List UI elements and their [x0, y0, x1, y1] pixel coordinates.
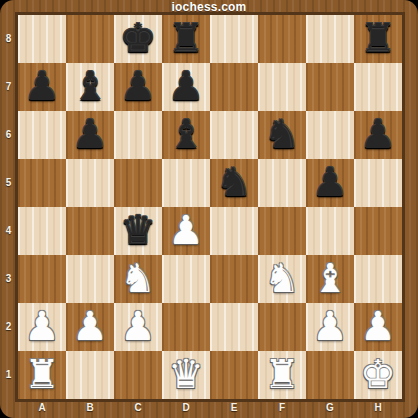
square-b7[interactable]: ♝	[66, 63, 114, 111]
square-e8[interactable]	[210, 15, 258, 63]
square-f6[interactable]: ♞	[258, 111, 306, 159]
black-bishop-b7[interactable]: ♝	[66, 63, 114, 111]
square-b6[interactable]: ♟	[66, 111, 114, 159]
square-e4[interactable]	[210, 207, 258, 255]
square-g7[interactable]	[306, 63, 354, 111]
square-c5[interactable]	[114, 159, 162, 207]
square-c7[interactable]: ♟	[114, 63, 162, 111]
square-e5[interactable]: ♞	[210, 159, 258, 207]
square-f2[interactable]	[258, 303, 306, 351]
rank-label-2: 2	[0, 303, 17, 351]
square-a2[interactable]: ♟	[18, 303, 66, 351]
white-pawn-h2[interactable]: ♟	[354, 303, 402, 351]
white-bishop-g3[interactable]: ♝	[306, 255, 354, 303]
square-h3[interactable]	[354, 255, 402, 303]
black-rook-h8[interactable]: ♜	[354, 15, 402, 63]
square-d3[interactable]	[162, 255, 210, 303]
square-g1[interactable]	[306, 351, 354, 399]
square-d5[interactable]	[162, 159, 210, 207]
square-a8[interactable]	[18, 15, 66, 63]
square-g2[interactable]: ♟	[306, 303, 354, 351]
rank-label-4: 4	[0, 207, 17, 255]
square-h2[interactable]: ♟	[354, 303, 402, 351]
black-pawn-a7[interactable]: ♟	[18, 63, 66, 111]
square-d6[interactable]: ♝	[162, 111, 210, 159]
file-label-b: B	[66, 399, 114, 418]
square-c8[interactable]: ♚	[114, 15, 162, 63]
black-pawn-h6[interactable]: ♟	[354, 111, 402, 159]
black-rook-d8[interactable]: ♜	[162, 15, 210, 63]
square-c3[interactable]: ♞	[114, 255, 162, 303]
file-label-c: C	[114, 399, 162, 418]
black-bishop-d6[interactable]: ♝	[162, 111, 210, 159]
chess-app-window: iochess.com ♚♜♜♟♝♟♟♟♝♞♟♞♟♛♟♞♞♝♟♟♟♟♟♜♛♜♚ …	[0, 0, 418, 418]
file-label-e: E	[210, 399, 258, 418]
square-a6[interactable]	[18, 111, 66, 159]
square-a3[interactable]	[18, 255, 66, 303]
square-f8[interactable]	[258, 15, 306, 63]
square-g8[interactable]	[306, 15, 354, 63]
white-knight-c3[interactable]: ♞	[114, 255, 162, 303]
square-d1[interactable]: ♛	[162, 351, 210, 399]
rank-label-6: 6	[0, 111, 17, 159]
square-f3[interactable]: ♞	[258, 255, 306, 303]
square-b8[interactable]	[66, 15, 114, 63]
square-b3[interactable]	[66, 255, 114, 303]
square-f7[interactable]	[258, 63, 306, 111]
rank-label-3: 3	[0, 255, 17, 303]
square-g4[interactable]	[306, 207, 354, 255]
square-h7[interactable]	[354, 63, 402, 111]
rank-label-7: 7	[0, 63, 17, 111]
white-rook-a1[interactable]: ♜	[18, 351, 66, 399]
square-f5[interactable]	[258, 159, 306, 207]
square-c1[interactable]	[114, 351, 162, 399]
rank-label-8: 8	[0, 15, 17, 63]
black-pawn-d7[interactable]: ♟	[162, 63, 210, 111]
white-pawn-b2[interactable]: ♟	[66, 303, 114, 351]
square-g5[interactable]: ♟	[306, 159, 354, 207]
file-label-f: F	[258, 399, 306, 418]
square-g3[interactable]: ♝	[306, 255, 354, 303]
square-f4[interactable]	[258, 207, 306, 255]
square-g6[interactable]	[306, 111, 354, 159]
square-e6[interactable]	[210, 111, 258, 159]
square-h5[interactable]	[354, 159, 402, 207]
square-b2[interactable]: ♟	[66, 303, 114, 351]
chess-board: ♚♜♜♟♝♟♟♟♝♞♟♞♟♛♟♞♞♝♟♟♟♟♟♜♛♜♚	[18, 15, 402, 399]
square-e2[interactable]	[210, 303, 258, 351]
white-pawn-a2[interactable]: ♟	[18, 303, 66, 351]
square-f1[interactable]: ♜	[258, 351, 306, 399]
white-rook-f1[interactable]: ♜	[258, 351, 306, 399]
white-knight-f3[interactable]: ♞	[258, 255, 306, 303]
square-a1[interactable]: ♜	[18, 351, 66, 399]
rank-label-5: 5	[0, 159, 17, 207]
file-label-a: A	[18, 399, 66, 418]
square-d2[interactable]	[162, 303, 210, 351]
file-label-d: D	[162, 399, 210, 418]
black-king-c8[interactable]: ♚	[114, 15, 162, 63]
white-pawn-c2[interactable]: ♟	[114, 303, 162, 351]
square-b4[interactable]	[66, 207, 114, 255]
black-knight-f6[interactable]: ♞	[258, 111, 306, 159]
square-b5[interactable]	[66, 159, 114, 207]
black-pawn-c7[interactable]: ♟	[114, 63, 162, 111]
square-c6[interactable]	[114, 111, 162, 159]
square-a4[interactable]	[18, 207, 66, 255]
square-a7[interactable]: ♟	[18, 63, 66, 111]
white-queen-d1[interactable]: ♛	[162, 351, 210, 399]
square-d7[interactable]: ♟	[162, 63, 210, 111]
square-e3[interactable]	[210, 255, 258, 303]
square-b1[interactable]	[66, 351, 114, 399]
square-e7[interactable]	[210, 63, 258, 111]
square-h4[interactable]	[354, 207, 402, 255]
square-e1[interactable]	[210, 351, 258, 399]
white-king-h1[interactable]: ♚	[354, 351, 402, 399]
file-label-h: H	[354, 399, 402, 418]
square-c2[interactable]: ♟	[114, 303, 162, 351]
square-h1[interactable]: ♚	[354, 351, 402, 399]
black-pawn-b6[interactable]: ♟	[66, 111, 114, 159]
square-d8[interactable]: ♜	[162, 15, 210, 63]
square-h8[interactable]: ♜	[354, 15, 402, 63]
square-h6[interactable]: ♟	[354, 111, 402, 159]
file-label-g: G	[306, 399, 354, 418]
black-queen-c4[interactable]: ♛	[114, 207, 162, 255]
white-pawn-g2[interactable]: ♟	[306, 303, 354, 351]
black-pawn-g5[interactable]: ♟	[306, 159, 354, 207]
white-pawn-d4[interactable]: ♟	[162, 207, 210, 255]
site-title: iochess.com	[0, 0, 418, 15]
black-knight-e5[interactable]: ♞	[210, 159, 258, 207]
square-d4[interactable]: ♟	[162, 207, 210, 255]
square-a5[interactable]	[18, 159, 66, 207]
square-c4[interactable]: ♛	[114, 207, 162, 255]
rank-label-1: 1	[0, 351, 17, 399]
